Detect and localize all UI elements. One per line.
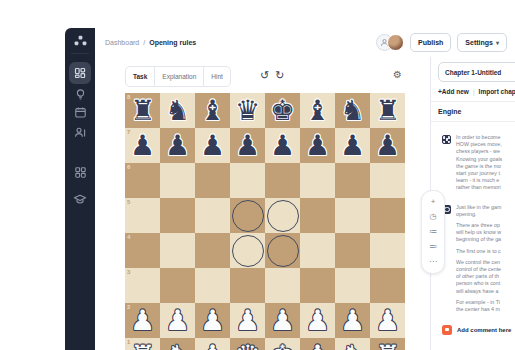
square-e6[interactable] — [265, 163, 300, 198]
square-c6[interactable] — [195, 163, 230, 198]
white-rook[interactable]: ♜ — [370, 338, 405, 350]
square-e5[interactable] — [265, 198, 300, 233]
sidebar-item-library[interactable] — [65, 166, 95, 179]
rank-label: 3 — [127, 269, 130, 275]
square-g8[interactable]: ♞ — [335, 93, 370, 128]
avatar-group — [376, 34, 404, 51]
square-f2[interactable]: ♟ — [300, 303, 335, 338]
black-knight[interactable]: ♞ — [160, 93, 195, 128]
square-b7[interactable]: ♟ — [160, 128, 195, 163]
circle-annotation — [232, 235, 264, 267]
square-c7[interactable]: ♟ — [195, 128, 230, 163]
square-h6[interactable] — [370, 163, 405, 198]
circle-annotation — [232, 200, 264, 232]
comment-item[interactable]: Just like in the gamopening.There are th… — [442, 204, 515, 314]
rank-label: 5 — [127, 199, 130, 205]
sidebar-item-calendar[interactable] — [65, 106, 95, 119]
breadcrumb-current: Opening rules — [149, 39, 196, 46]
square-d3[interactable] — [230, 268, 265, 303]
settings-label: Settings — [465, 39, 493, 46]
breadcrumb-dashboard[interactable]: Dashboard — [105, 39, 139, 46]
black-pawn[interactable]: ♟ — [125, 128, 160, 163]
square-f7[interactable]: ♟ — [300, 128, 335, 163]
more-icon[interactable]: ⋯ — [429, 258, 437, 266]
black-pawn[interactable]: ♟ — [370, 128, 405, 163]
black-pawn[interactable]: ♟ — [230, 128, 265, 163]
comment-item[interactable]: In order to becomeHOW pieces move,chess … — [442, 134, 515, 192]
square-f1[interactable]: ♝ — [300, 338, 335, 350]
square-d7[interactable]: ♟ — [230, 128, 265, 163]
engine-section-label[interactable]: Engine — [431, 102, 515, 121]
tab-task[interactable]: Task — [126, 67, 155, 86]
square-a7[interactable]: 7♟ — [125, 128, 160, 163]
square-e1[interactable]: ♚ — [265, 338, 300, 350]
square-h2[interactable]: ♟ — [370, 303, 405, 338]
square-b4[interactable] — [160, 233, 195, 268]
square-c4[interactable] — [195, 233, 230, 268]
square-g5[interactable] — [335, 198, 370, 233]
sidebar-item-students[interactable] — [65, 126, 95, 139]
breadcrumb: Dashboard / Opening rules — [105, 28, 196, 57]
settings-button[interactable]: Settings ▾ — [457, 33, 507, 52]
topbar: Dashboard / Opening rules Publish Settin… — [95, 28, 515, 58]
square-h1[interactable]: ♜ — [370, 338, 405, 350]
tab-explanation[interactable]: Explanation — [155, 67, 204, 86]
annotation-toolbar: + ◷ ≔ ≕ ⋯ — [421, 190, 445, 274]
square-a1[interactable]: 1♜ — [125, 338, 160, 350]
moves-list-icon[interactable]: ≔ — [429, 228, 437, 236]
square-d1[interactable]: ♛ — [230, 338, 265, 350]
publish-label: Publish — [418, 39, 443, 46]
square-a3[interactable]: 3 — [125, 268, 160, 303]
square-h8[interactable]: ♜ — [370, 93, 405, 128]
square-b1[interactable]: ♞ — [160, 338, 195, 350]
square-d8[interactable]: ♛ — [230, 93, 265, 128]
black-bishop[interactable]: ♝ — [300, 93, 335, 128]
square-a5[interactable]: 5 — [125, 198, 160, 233]
square-b3[interactable] — [160, 268, 195, 303]
white-pawn[interactable]: ♟ — [300, 303, 335, 338]
sidebar-item-ideas[interactable] — [65, 88, 95, 101]
square-a8[interactable]: 8♜ — [125, 93, 160, 128]
white-bishop[interactable]: ♝ — [300, 338, 335, 350]
square-g6[interactable] — [335, 163, 370, 198]
sidebar-divider — [71, 53, 89, 54]
square-f3[interactable] — [300, 268, 335, 303]
square-a6[interactable]: 6 — [125, 163, 160, 198]
square-g2[interactable]: ♟ — [335, 303, 370, 338]
square-d2[interactable]: ♟ — [230, 303, 265, 338]
white-knight[interactable]: ♞ — [335, 338, 370, 350]
square-e3[interactable] — [265, 268, 300, 303]
circle-annotation — [267, 235, 299, 267]
square-e8[interactable]: ♚ — [265, 93, 300, 128]
redo-button[interactable]: ↻ — [275, 67, 284, 83]
black-knight[interactable]: ♞ — [335, 93, 370, 128]
comment-icon — [442, 325, 452, 335]
tab-hint[interactable]: Hint — [204, 67, 230, 86]
square-e4[interactable] — [265, 233, 300, 268]
black-pawn[interactable]: ♟ — [300, 128, 335, 163]
chapter-title: Chapter 1-Untitled — [445, 69, 501, 76]
comment-text: In order to becomeHOW pieces move,chess … — [456, 134, 502, 192]
black-pawn[interactable]: ♟ — [335, 128, 370, 163]
main-area: TaskExplanationHint ↺ ↻ ⚙ 8♜♞♝♛♚♝♞♜7♟♟♟♟… — [95, 57, 430, 350]
lightbulb-icon — [74, 88, 87, 101]
add-comment-label: Add comment here — [457, 327, 511, 333]
dashboard-icon — [69, 62, 91, 84]
publish-button[interactable]: Publish — [410, 33, 451, 52]
sidebar-item-dashboard[interactable] — [65, 62, 95, 84]
sort-moves-icon[interactable]: ≕ — [429, 243, 437, 251]
chapter-actions: +Add new | Import chapter — [438, 88, 515, 95]
square-b2[interactable]: ♟ — [160, 303, 195, 338]
square-h7[interactable]: ♟ — [370, 128, 405, 163]
black-pawn[interactable]: ♟ — [160, 128, 195, 163]
board-icon — [442, 135, 451, 144]
white-pawn[interactable]: ♟ — [265, 303, 300, 338]
topbar-actions: Publish Settings ▾ — [376, 28, 507, 57]
black-king[interactable]: ♚ — [265, 93, 300, 128]
square-b6[interactable] — [160, 163, 195, 198]
black-rook[interactable]: ♜ — [125, 93, 160, 128]
white-pawn[interactable]: ♟ — [335, 303, 370, 338]
white-rook[interactable]: ♜ — [125, 338, 160, 350]
chapter-select[interactable]: Chapter 1-Untitled — [438, 62, 515, 82]
white-knight[interactable]: ♞ — [160, 338, 195, 350]
black-pawn[interactable]: ♟ — [195, 128, 230, 163]
circle-annotation — [267, 200, 299, 232]
square-e7[interactable]: ♟ — [265, 128, 300, 163]
graduation-cap-icon — [73, 193, 87, 206]
white-pawn[interactable]: ♟ — [230, 303, 265, 338]
students-icon — [74, 126, 87, 139]
white-pawn[interactable]: ♟ — [370, 303, 405, 338]
square-a4[interactable]: 4 — [125, 233, 160, 268]
rank-label: 6 — [127, 164, 130, 170]
black-queen[interactable]: ♛ — [230, 93, 265, 128]
add-icon[interactable]: + — [431, 198, 436, 206]
history-controls: ↺ ↻ — [260, 67, 284, 83]
add-new-chapter-button[interactable]: +Add new — [438, 88, 469, 95]
calendar-icon — [74, 106, 87, 119]
white-bishop[interactable]: ♝ — [195, 338, 230, 350]
black-rook[interactable]: ♜ — [370, 93, 405, 128]
square-f5[interactable] — [300, 198, 335, 233]
black-bishop[interactable]: ♝ — [195, 93, 230, 128]
square-b5[interactable] — [160, 198, 195, 233]
square-g1[interactable]: ♞ — [335, 338, 370, 350]
square-h4[interactable] — [370, 233, 405, 268]
board-settings-button[interactable]: ⚙ — [393, 67, 402, 83]
chess-board: 8♜♞♝♛♚♝♞♜7♟♟♟♟♟♟♟♟65432♟♟♟♟♟♟♟♟1♜♞♝♛♚♝♞♜ — [125, 93, 405, 350]
import-chapter-button[interactable]: Import chapter — [479, 88, 515, 95]
white-pawn[interactable]: ♟ — [125, 303, 160, 338]
square-g7[interactable]: ♟ — [335, 128, 370, 163]
square-f8[interactable]: ♝ — [300, 93, 335, 128]
sidebar — [65, 28, 95, 350]
apps-grid-icon — [74, 166, 87, 179]
square-d6[interactable] — [230, 163, 265, 198]
comment-text: Just like in the gamopening.There are th… — [456, 204, 501, 314]
square-c2[interactable]: ♟ — [195, 303, 230, 338]
square-b8[interactable]: ♞ — [160, 93, 195, 128]
white-pawn[interactable]: ♟ — [160, 303, 195, 338]
square-c1[interactable]: ♝ — [195, 338, 230, 350]
square-h5[interactable] — [370, 198, 405, 233]
square-e2[interactable]: ♟ — [265, 303, 300, 338]
square-d4[interactable] — [230, 233, 265, 268]
actions-separator: | — [473, 88, 475, 95]
white-pawn[interactable]: ♟ — [195, 303, 230, 338]
lesson-tabs: TaskExplanationHint — [125, 66, 231, 87]
square-d5[interactable] — [230, 198, 265, 233]
sidebar-item-courses[interactable] — [65, 193, 95, 206]
chevron-down-icon: ▾ — [496, 39, 499, 46]
app-screen: Dashboard / Opening rules Publish Settin… — [0, 0, 515, 350]
white-king[interactable]: ♚ — [265, 338, 300, 350]
square-f4[interactable] — [300, 233, 335, 268]
black-pawn[interactable]: ♟ — [265, 128, 300, 163]
square-g3[interactable] — [335, 268, 370, 303]
square-c3[interactable] — [195, 268, 230, 303]
square-h3[interactable] — [370, 268, 405, 303]
rank-label: 4 — [127, 234, 130, 240]
square-c5[interactable] — [195, 198, 230, 233]
square-a2[interactable]: 2♟ — [125, 303, 160, 338]
square-c8[interactable]: ♝ — [195, 93, 230, 128]
square-f6[interactable] — [300, 163, 335, 198]
app-logo[interactable] — [65, 35, 95, 47]
undo-button[interactable]: ↺ — [260, 67, 269, 83]
user-avatar[interactable] — [387, 34, 404, 51]
square-g4[interactable] — [335, 233, 370, 268]
add-comment-row[interactable]: Add comment here — [442, 325, 515, 335]
breadcrumb-separator: / — [143, 39, 145, 46]
white-queen[interactable]: ♛ — [230, 338, 265, 350]
history-icon[interactable]: ◷ — [430, 213, 437, 221]
